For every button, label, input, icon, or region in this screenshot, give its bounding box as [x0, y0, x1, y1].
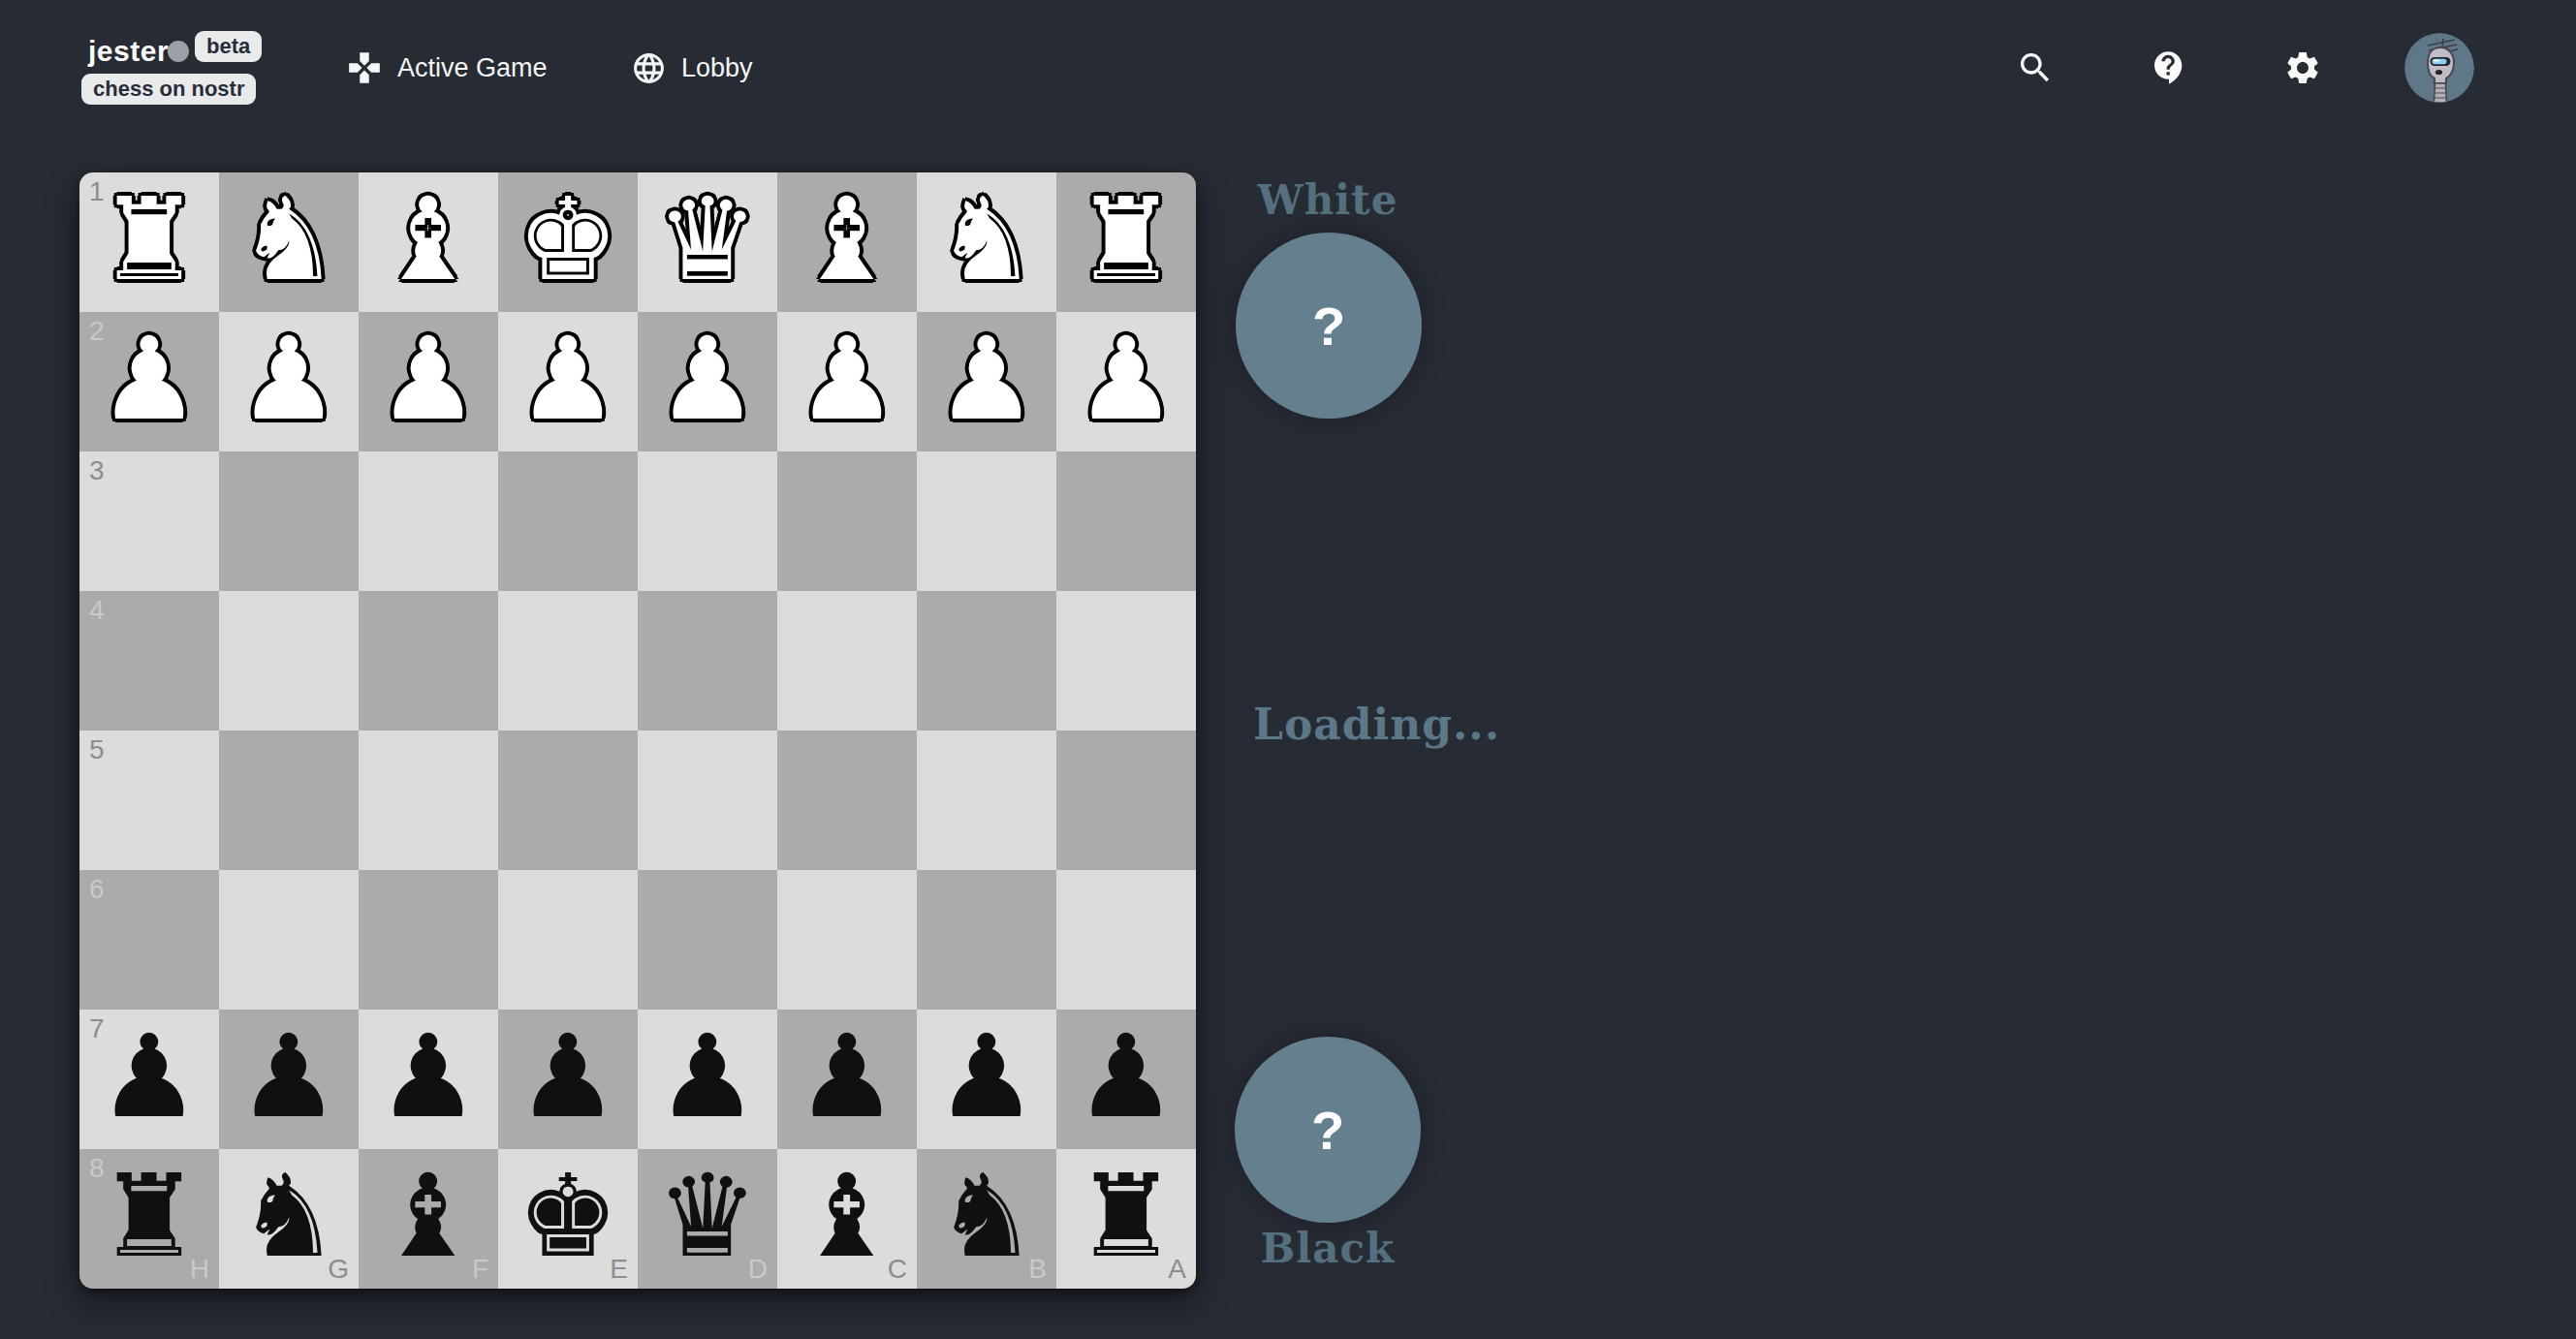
- square-b8[interactable]: B♞: [917, 1149, 1056, 1289]
- square-b6[interactable]: [917, 870, 1056, 1010]
- games-dpad-icon: [346, 49, 383, 86]
- piece-white-pawn[interactable]: ♟: [98, 322, 201, 436]
- rank-label-4: 4: [89, 597, 105, 624]
- square-e5[interactable]: [498, 731, 638, 870]
- piece-white-bishop[interactable]: ♝: [796, 182, 898, 296]
- square-g7[interactable]: ♟: [219, 1010, 359, 1149]
- square-b4[interactable]: [917, 591, 1056, 731]
- help-icon[interactable]: [2150, 48, 2188, 87]
- piece-black-bishop[interactable]: ♝: [377, 1159, 480, 1273]
- globe-icon: [631, 50, 667, 86]
- piece-black-pawn[interactable]: ♟: [98, 1019, 201, 1134]
- piece-black-knight[interactable]: ♞: [935, 1159, 1038, 1273]
- piece-white-king[interactable]: ♚: [517, 182, 619, 296]
- square-e1[interactable]: ♚: [498, 172, 638, 312]
- piece-black-rook[interactable]: ♜: [98, 1159, 201, 1273]
- piece-white-knight[interactable]: ♞: [935, 182, 1038, 296]
- square-d5[interactable]: [638, 731, 777, 870]
- square-f1[interactable]: ♝: [359, 172, 498, 312]
- piece-white-pawn[interactable]: ♟: [237, 322, 340, 436]
- nav-lobby-label: Lobby: [681, 53, 753, 83]
- piece-black-knight[interactable]: ♞: [237, 1159, 340, 1273]
- search-icon[interactable]: [2016, 48, 2055, 87]
- square-c1[interactable]: ♝: [777, 172, 917, 312]
- square-d6[interactable]: [638, 870, 777, 1010]
- piece-black-rook[interactable]: ♜: [1075, 1159, 1178, 1273]
- square-b2[interactable]: ♟: [917, 312, 1056, 452]
- square-c8[interactable]: C♝: [777, 1149, 917, 1289]
- square-g5[interactable]: [219, 731, 359, 870]
- square-e3[interactable]: [498, 452, 638, 591]
- settings-gear-icon[interactable]: [2283, 48, 2322, 87]
- loading-status: Loading...: [1253, 700, 1500, 749]
- square-g6[interactable]: [219, 870, 359, 1010]
- piece-white-pawn[interactable]: ♟: [517, 322, 619, 436]
- piece-black-pawn[interactable]: ♟: [377, 1019, 480, 1134]
- square-d7[interactable]: ♟: [638, 1010, 777, 1149]
- square-a3[interactable]: [1056, 452, 1196, 591]
- piece-black-pawn[interactable]: ♟: [656, 1019, 759, 1134]
- piece-white-bishop[interactable]: ♝: [377, 182, 480, 296]
- square-e7[interactable]: ♟: [498, 1010, 638, 1149]
- beta-badge: beta: [195, 31, 262, 62]
- square-e6[interactable]: [498, 870, 638, 1010]
- square-e4[interactable]: [498, 591, 638, 731]
- white-player-avatar[interactable]: ?: [1236, 233, 1422, 419]
- square-h5[interactable]: 5: [79, 731, 219, 870]
- nav-lobby[interactable]: Lobby: [631, 39, 753, 97]
- square-c7[interactable]: ♟: [777, 1010, 917, 1149]
- square-g3[interactable]: [219, 452, 359, 591]
- robot-avatar-icon: [2404, 33, 2474, 103]
- piece-white-rook[interactable]: ♜: [98, 182, 201, 296]
- square-a5[interactable]: [1056, 731, 1196, 870]
- black-player-avatar[interactable]: ?: [1235, 1037, 1421, 1223]
- square-a4[interactable]: [1056, 591, 1196, 731]
- square-f6[interactable]: [359, 870, 498, 1010]
- square-a7[interactable]: ♟: [1056, 1010, 1196, 1149]
- square-d1[interactable]: ♛: [638, 172, 777, 312]
- square-h8[interactable]: 8H♜: [79, 1149, 219, 1289]
- white-player-label: White: [1182, 176, 1473, 224]
- app-title: jester: [88, 35, 169, 68]
- square-h1[interactable]: 1♜: [79, 172, 219, 312]
- square-e2[interactable]: ♟: [498, 312, 638, 452]
- square-f5[interactable]: [359, 731, 498, 870]
- square-f4[interactable]: [359, 591, 498, 731]
- square-g4[interactable]: [219, 591, 359, 731]
- square-a6[interactable]: [1056, 870, 1196, 1010]
- square-a8[interactable]: A♜: [1056, 1149, 1196, 1289]
- tagline-badge: chess on nostr: [81, 74, 256, 105]
- square-d8[interactable]: D♛: [638, 1149, 777, 1289]
- piece-black-pawn[interactable]: ♟: [935, 1019, 1038, 1134]
- nav-active-game[interactable]: Active Game: [346, 39, 548, 97]
- square-g2[interactable]: ♟: [219, 312, 359, 452]
- square-g8[interactable]: G♞: [219, 1149, 359, 1289]
- rank-label-5: 5: [89, 736, 105, 763]
- square-a2[interactable]: ♟: [1056, 312, 1196, 452]
- piece-white-rook[interactable]: ♜: [1075, 182, 1178, 296]
- white-avatar-placeholder: ?: [1312, 295, 1345, 358]
- piece-white-pawn[interactable]: ♟: [656, 322, 759, 436]
- piece-white-pawn[interactable]: ♟: [1075, 322, 1178, 436]
- user-avatar[interactable]: [2404, 33, 2474, 103]
- piece-black-pawn[interactable]: ♟: [796, 1019, 898, 1134]
- piece-white-pawn[interactable]: ♟: [796, 322, 898, 436]
- square-b7[interactable]: ♟: [917, 1010, 1056, 1149]
- piece-white-pawn[interactable]: ♟: [377, 322, 480, 436]
- square-c4[interactable]: [777, 591, 917, 731]
- square-a1[interactable]: ♜: [1056, 172, 1196, 312]
- square-c5[interactable]: [777, 731, 917, 870]
- piece-black-king[interactable]: ♚: [517, 1159, 619, 1273]
- square-c2[interactable]: ♟: [777, 312, 917, 452]
- square-f3[interactable]: [359, 452, 498, 591]
- square-b3[interactable]: [917, 452, 1056, 591]
- piece-black-bishop[interactable]: ♝: [796, 1159, 898, 1273]
- square-h4[interactable]: 4: [79, 591, 219, 731]
- piece-black-queen[interactable]: ♛: [656, 1159, 759, 1273]
- square-f7[interactable]: ♟: [359, 1010, 498, 1149]
- square-c6[interactable]: [777, 870, 917, 1010]
- piece-black-pawn[interactable]: ♟: [237, 1019, 340, 1134]
- square-e8[interactable]: E♚: [498, 1149, 638, 1289]
- piece-black-pawn[interactable]: ♟: [1075, 1019, 1178, 1134]
- square-d4[interactable]: [638, 591, 777, 731]
- square-f8[interactable]: F♝: [359, 1149, 498, 1289]
- black-player-label: Black: [1182, 1225, 1473, 1272]
- square-f2[interactable]: ♟: [359, 312, 498, 452]
- black-avatar-placeholder: ?: [1311, 1099, 1344, 1162]
- square-g1[interactable]: ♞: [219, 172, 359, 312]
- square-h3[interactable]: 3: [79, 452, 219, 591]
- piece-white-knight[interactable]: ♞: [237, 182, 340, 296]
- square-h6[interactable]: 6: [79, 870, 219, 1010]
- square-b5[interactable]: [917, 731, 1056, 870]
- chess-board: 1♜♞♝♚♛♝♞♜2♟♟♟♟♟♟♟♟34567♟♟♟♟♟♟♟♟8H♜G♞F♝E♚…: [79, 172, 1196, 1289]
- square-c3[interactable]: [777, 452, 917, 591]
- rank-label-6: 6: [89, 876, 105, 903]
- square-b1[interactable]: ♞: [917, 172, 1056, 312]
- square-d3[interactable]: [638, 452, 777, 591]
- piece-white-queen[interactable]: ♛: [656, 182, 759, 296]
- square-h2[interactable]: 2♟: [79, 312, 219, 452]
- piece-black-pawn[interactable]: ♟: [517, 1019, 619, 1134]
- square-d2[interactable]: ♟: [638, 312, 777, 452]
- rank-label-3: 3: [89, 457, 105, 484]
- square-h7[interactable]: 7♟: [79, 1010, 219, 1149]
- piece-white-pawn[interactable]: ♟: [935, 322, 1038, 436]
- nav-active-game-label: Active Game: [397, 53, 548, 83]
- connection-status-dot: [168, 41, 189, 62]
